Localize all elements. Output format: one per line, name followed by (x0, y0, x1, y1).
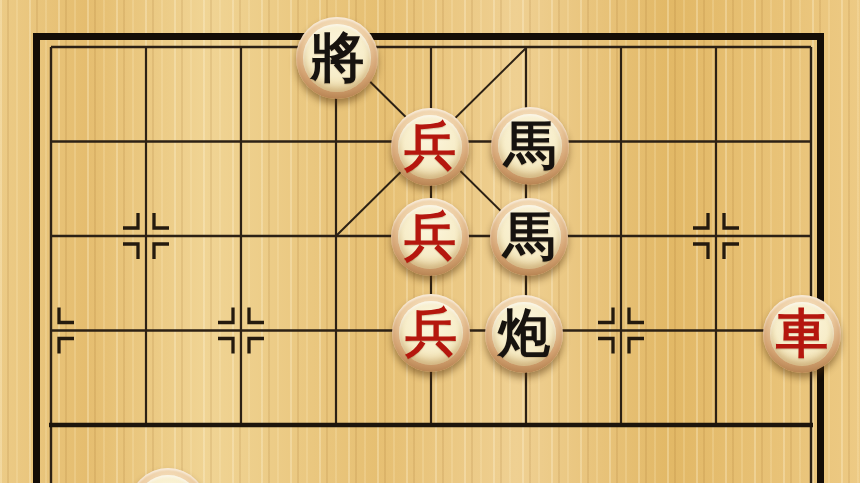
piece-glyph-black-horse-2: 馬 (503, 210, 555, 262)
piece-red-soldier-1[interactable]: 兵 (391, 108, 469, 186)
piece-black-general[interactable]: 將 (296, 17, 378, 99)
piece-red-soldier-3[interactable]: 兵 (392, 294, 470, 372)
piece-black-cannon[interactable]: 炮 (485, 295, 563, 373)
piece-glyph-red-soldier-1: 兵 (404, 120, 456, 172)
piece-glyph-black-horse-1: 馬 (504, 119, 556, 171)
piece-red-soldier-2[interactable]: 兵 (391, 198, 469, 276)
piece-glyph-red-soldier-3: 兵 (405, 306, 457, 358)
piece-glyph-black-general: 將 (310, 30, 364, 84)
piece-red-chariot[interactable]: 車 (763, 295, 841, 373)
xiangqi-board[interactable]: 將兵馬兵馬兵炮車 (0, 0, 860, 483)
piece-glyph-red-chariot: 車 (776, 307, 828, 359)
piece-layer: 將兵馬兵馬兵炮車 (0, 0, 860, 483)
piece-black-horse-2[interactable]: 馬 (490, 198, 568, 276)
piece-glyph-black-cannon: 炮 (498, 307, 550, 359)
piece-glyph-red-soldier-2: 兵 (404, 210, 456, 262)
piece-partial-unknown[interactable] (129, 468, 207, 483)
piece-face (136, 475, 200, 483)
piece-black-horse-1[interactable]: 馬 (491, 107, 569, 185)
